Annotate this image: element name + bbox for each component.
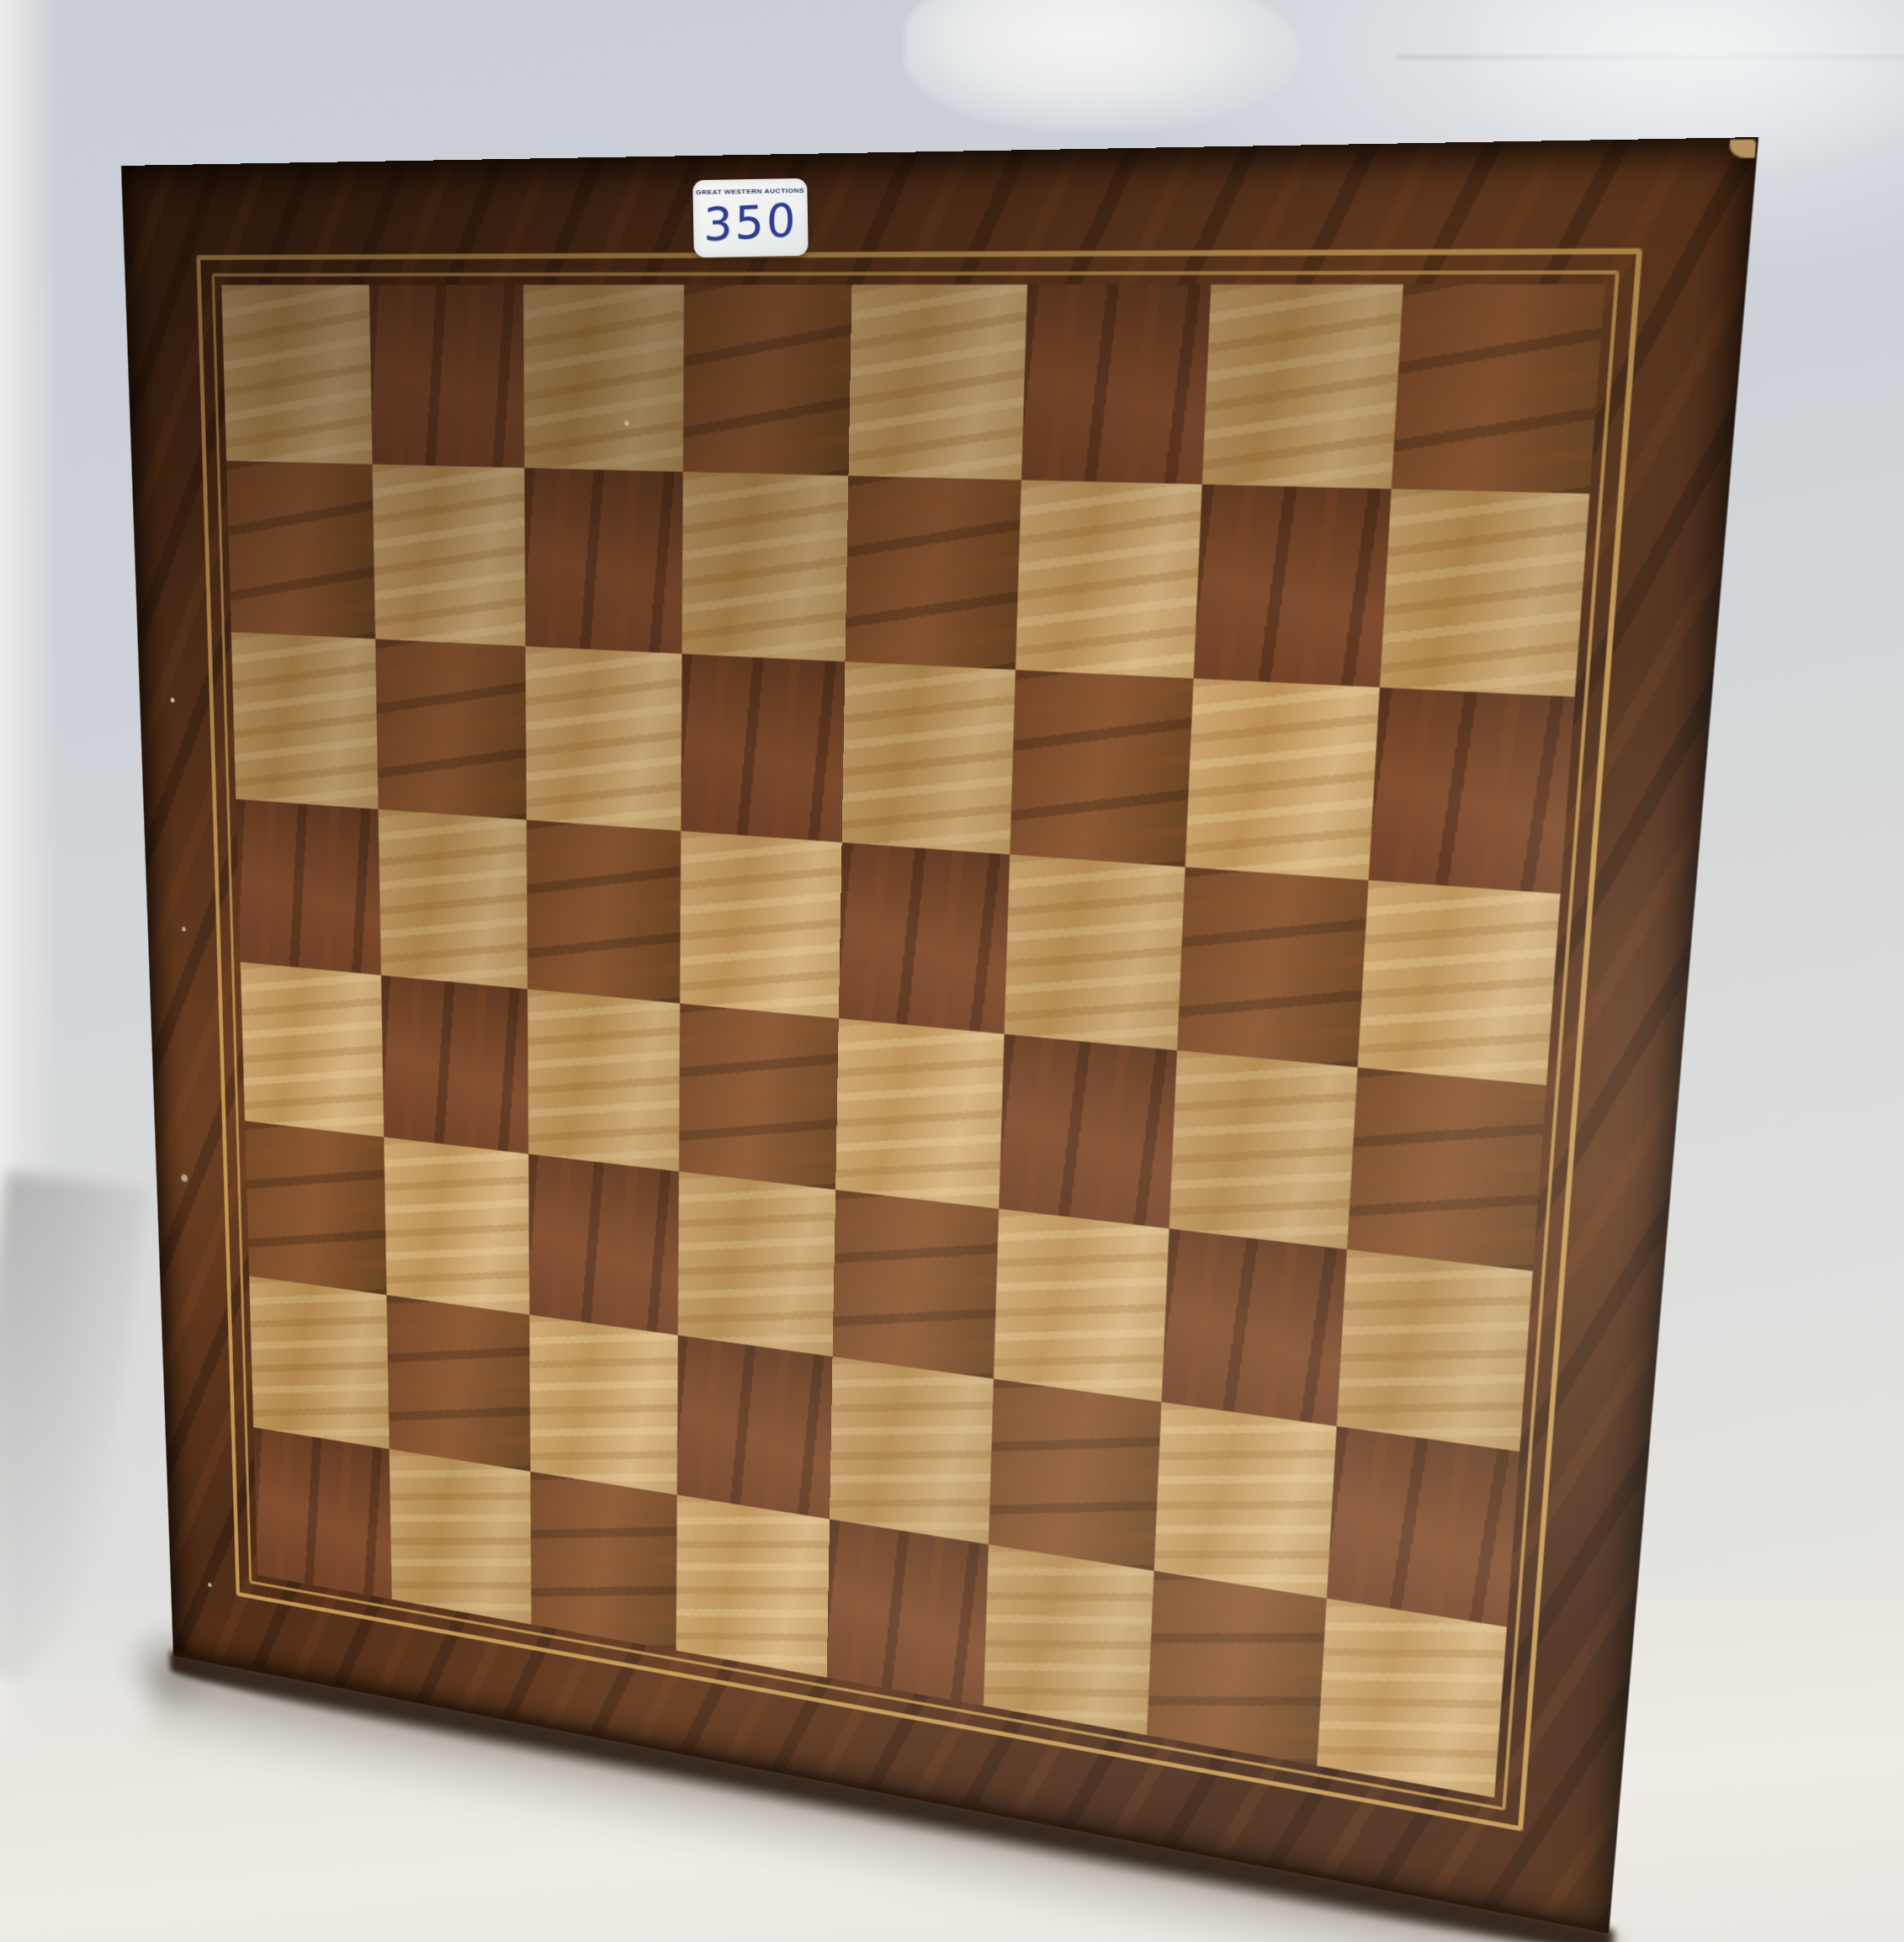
square-e5 xyxy=(839,842,1010,1034)
square-d7 xyxy=(682,472,849,662)
square-d5 xyxy=(680,831,841,1019)
square-f4 xyxy=(999,1034,1177,1228)
square-h3 xyxy=(1337,1250,1533,1451)
square-h4 xyxy=(1347,1068,1546,1271)
square-c2 xyxy=(529,1314,678,1494)
square-a6 xyxy=(231,632,379,809)
square-g3 xyxy=(1161,1228,1346,1426)
square-c8 xyxy=(523,284,684,471)
auction-lot-sticker: GREAT WESTERN AUCTIONS 350 xyxy=(692,178,809,257)
square-e7 xyxy=(845,475,1021,670)
square-b2 xyxy=(387,1295,531,1472)
square-f5 xyxy=(1005,855,1185,1051)
square-b1 xyxy=(390,1449,532,1624)
square-g8 xyxy=(1202,284,1403,489)
square-b8 xyxy=(369,284,524,468)
square-h6 xyxy=(1369,687,1575,894)
auction-photo-scene: GREAT WESTERN AUCTIONS 350 xyxy=(0,0,1904,1942)
lot-number: 350 xyxy=(703,193,798,259)
square-c6 xyxy=(526,646,682,831)
square-g2 xyxy=(1154,1402,1337,1598)
square-g4 xyxy=(1169,1050,1358,1250)
square-a2 xyxy=(249,1276,389,1449)
square-g1 xyxy=(1147,1571,1327,1766)
square-d3 xyxy=(678,1171,835,1356)
square-g6 xyxy=(1185,678,1380,880)
square-f6 xyxy=(1010,670,1193,867)
square-a1 xyxy=(253,1427,392,1599)
square-a7 xyxy=(226,461,375,639)
square-d2 xyxy=(677,1335,833,1520)
square-h1 xyxy=(1317,1599,1507,1798)
square-b5 xyxy=(379,809,528,990)
square-b7 xyxy=(373,464,526,646)
square-f8 xyxy=(1021,284,1211,485)
square-d8 xyxy=(683,284,852,475)
square-a4 xyxy=(241,962,385,1137)
square-f2 xyxy=(989,1379,1162,1571)
dust-specks xyxy=(171,698,175,703)
square-a8 xyxy=(221,285,372,464)
square-a5 xyxy=(236,799,381,975)
square-f3 xyxy=(994,1209,1169,1403)
square-c1 xyxy=(530,1472,676,1651)
square-h2 xyxy=(1327,1426,1519,1627)
square-e3 xyxy=(833,1190,1000,1379)
square-d4 xyxy=(679,1004,839,1190)
square-e8 xyxy=(848,284,1027,480)
board-squares xyxy=(221,284,1604,1798)
square-a3 xyxy=(245,1121,387,1295)
square-b6 xyxy=(375,639,527,820)
square-d6 xyxy=(681,654,845,842)
square-g7 xyxy=(1194,485,1392,687)
square-b3 xyxy=(384,1137,529,1314)
square-h8 xyxy=(1392,284,1605,494)
square-e1 xyxy=(827,1519,989,1706)
square-e4 xyxy=(835,1018,1004,1208)
chess-board xyxy=(121,137,1758,1934)
square-e6 xyxy=(842,661,1016,854)
square-c4 xyxy=(528,989,680,1171)
square-h7 xyxy=(1380,489,1589,697)
square-c5 xyxy=(527,820,682,1003)
square-f1 xyxy=(984,1545,1154,1736)
square-b4 xyxy=(381,975,528,1154)
square-h5 xyxy=(1358,880,1561,1085)
square-e2 xyxy=(830,1356,994,1544)
square-g5 xyxy=(1177,867,1369,1067)
square-f7 xyxy=(1016,480,1202,678)
square-c7 xyxy=(524,468,682,654)
square-c3 xyxy=(528,1154,679,1334)
square-d1 xyxy=(676,1495,830,1678)
